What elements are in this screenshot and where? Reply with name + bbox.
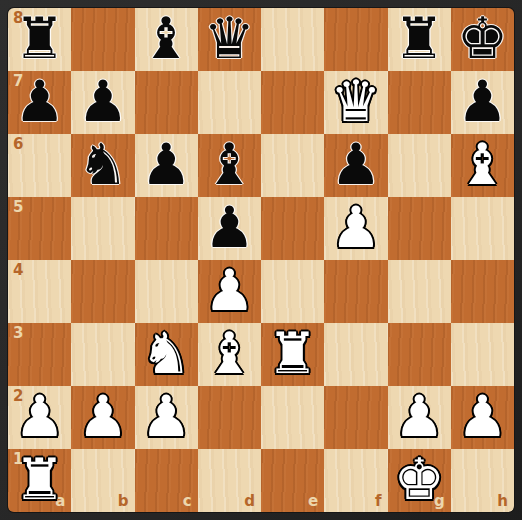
- square-f8[interactable]: [324, 8, 387, 71]
- piece-white-pawn-h2[interactable]: ♟: [457, 388, 508, 445]
- square-g6[interactable]: [388, 134, 451, 197]
- square-c2[interactable]: ♟: [135, 386, 198, 449]
- square-a4[interactable]: 4: [8, 260, 71, 323]
- square-f1[interactable]: f: [324, 449, 387, 512]
- square-e8[interactable]: [261, 8, 324, 71]
- square-a5[interactable]: 5: [8, 197, 71, 260]
- square-b7[interactable]: ♟: [71, 71, 134, 134]
- square-e4[interactable]: [261, 260, 324, 323]
- piece-white-pawn-c2[interactable]: ♟: [141, 388, 192, 445]
- rank-label-5: 5: [13, 200, 23, 215]
- piece-black-pawn-f6[interactable]: ♟: [330, 136, 381, 193]
- square-d5[interactable]: ♟: [198, 197, 261, 260]
- piece-white-rook-e3[interactable]: ♜: [267, 325, 318, 382]
- piece-black-rook-a8[interactable]: ♜: [14, 10, 65, 67]
- square-h4[interactable]: [451, 260, 514, 323]
- rank-label-6: 6: [13, 137, 23, 152]
- square-b8[interactable]: [71, 8, 134, 71]
- chess-board: 8♜♝♛♜♚7♟♟♛♟6♞♟♝♟♝5♟♟4♟3♞♝♜2♟♟♟♟♟1a♜bcdef…: [8, 8, 514, 512]
- file-label-c: c: [183, 494, 192, 509]
- square-a1[interactable]: 1a♜: [8, 449, 71, 512]
- piece-black-pawn-h7[interactable]: ♟: [457, 73, 508, 130]
- file-label-d: d: [244, 494, 255, 509]
- square-h2[interactable]: ♟: [451, 386, 514, 449]
- piece-white-pawn-b2[interactable]: ♟: [77, 388, 128, 445]
- square-d6[interactable]: ♝: [198, 134, 261, 197]
- piece-white-queen-f7[interactable]: ♛: [330, 73, 381, 130]
- square-d2[interactable]: [198, 386, 261, 449]
- square-f4[interactable]: [324, 260, 387, 323]
- square-h8[interactable]: ♚: [451, 8, 514, 71]
- square-a6[interactable]: 6: [8, 134, 71, 197]
- piece-white-pawn-f5[interactable]: ♟: [330, 199, 381, 256]
- square-c6[interactable]: ♟: [135, 134, 198, 197]
- piece-black-pawn-b7[interactable]: ♟: [77, 73, 128, 130]
- square-d8[interactable]: ♛: [198, 8, 261, 71]
- piece-black-pawn-d5[interactable]: ♟: [204, 199, 255, 256]
- square-g1[interactable]: g♚: [388, 449, 451, 512]
- piece-black-bishop-d6[interactable]: ♝: [204, 136, 255, 193]
- piece-black-king-h8[interactable]: ♚: [457, 10, 508, 67]
- piece-black-queen-d8[interactable]: ♛: [204, 10, 255, 67]
- piece-black-bishop-c8[interactable]: ♝: [141, 10, 192, 67]
- square-d4[interactable]: ♟: [198, 260, 261, 323]
- square-b1[interactable]: b: [71, 449, 134, 512]
- square-d7[interactable]: [198, 71, 261, 134]
- square-b2[interactable]: ♟: [71, 386, 134, 449]
- square-e7[interactable]: [261, 71, 324, 134]
- square-f6[interactable]: ♟: [324, 134, 387, 197]
- square-g7[interactable]: [388, 71, 451, 134]
- square-f5[interactable]: ♟: [324, 197, 387, 260]
- square-c5[interactable]: [135, 197, 198, 260]
- square-c8[interactable]: ♝: [135, 8, 198, 71]
- square-h6[interactable]: ♝: [451, 134, 514, 197]
- square-b3[interactable]: [71, 323, 134, 386]
- square-e6[interactable]: [261, 134, 324, 197]
- piece-black-pawn-c6[interactable]: ♟: [141, 136, 192, 193]
- square-a2[interactable]: 2♟: [8, 386, 71, 449]
- piece-white-pawn-d4[interactable]: ♟: [204, 262, 255, 319]
- square-f2[interactable]: [324, 386, 387, 449]
- piece-black-knight-b6[interactable]: ♞: [77, 136, 128, 193]
- square-d1[interactable]: d: [198, 449, 261, 512]
- square-b5[interactable]: [71, 197, 134, 260]
- square-g2[interactable]: ♟: [388, 386, 451, 449]
- square-e3[interactable]: ♜: [261, 323, 324, 386]
- square-a8[interactable]: 8♜: [8, 8, 71, 71]
- square-h5[interactable]: [451, 197, 514, 260]
- square-a3[interactable]: 3: [8, 323, 71, 386]
- piece-black-rook-g8[interactable]: ♜: [394, 10, 445, 67]
- square-g8[interactable]: ♜: [388, 8, 451, 71]
- square-g5[interactable]: [388, 197, 451, 260]
- square-b4[interactable]: [71, 260, 134, 323]
- file-label-e: e: [308, 494, 318, 509]
- square-h7[interactable]: ♟: [451, 71, 514, 134]
- square-g3[interactable]: [388, 323, 451, 386]
- piece-white-king-g1[interactable]: ♚: [394, 451, 445, 508]
- square-c3[interactable]: ♞: [135, 323, 198, 386]
- piece-white-bishop-d3[interactable]: ♝: [204, 325, 255, 382]
- square-h3[interactable]: [451, 323, 514, 386]
- square-c7[interactable]: [135, 71, 198, 134]
- square-e1[interactable]: e: [261, 449, 324, 512]
- piece-white-knight-c3[interactable]: ♞: [141, 325, 192, 382]
- file-label-b: b: [118, 494, 129, 509]
- piece-white-bishop-h6[interactable]: ♝: [457, 136, 508, 193]
- square-a7[interactable]: 7♟: [8, 71, 71, 134]
- rank-label-3: 3: [13, 326, 23, 341]
- piece-black-pawn-a7[interactable]: ♟: [14, 73, 65, 130]
- piece-white-pawn-a2[interactable]: ♟: [14, 388, 65, 445]
- board-frame: 8♜♝♛♜♚7♟♟♛♟6♞♟♝♟♝5♟♟4♟3♞♝♜2♟♟♟♟♟1a♜bcdef…: [0, 0, 522, 520]
- file-label-h: h: [497, 494, 508, 509]
- square-c4[interactable]: [135, 260, 198, 323]
- square-f7[interactable]: ♛: [324, 71, 387, 134]
- square-g4[interactable]: [388, 260, 451, 323]
- square-h1[interactable]: h: [451, 449, 514, 512]
- piece-white-pawn-g2[interactable]: ♟: [394, 388, 445, 445]
- file-label-f: f: [375, 494, 382, 509]
- square-f3[interactable]: [324, 323, 387, 386]
- square-e2[interactable]: [261, 386, 324, 449]
- rank-label-4: 4: [13, 263, 23, 278]
- square-d3[interactable]: ♝: [198, 323, 261, 386]
- piece-white-rook-a1[interactable]: ♜: [14, 451, 65, 508]
- square-b6[interactable]: ♞: [71, 134, 134, 197]
- square-e5[interactable]: [261, 197, 324, 260]
- square-c1[interactable]: c: [135, 449, 198, 512]
